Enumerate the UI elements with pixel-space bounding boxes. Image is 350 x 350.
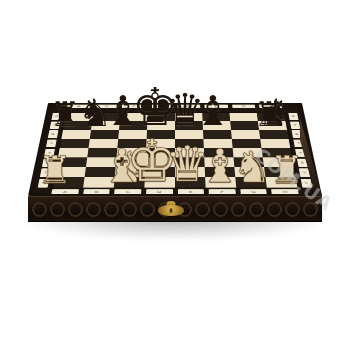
rank-label: 5 (46, 139, 57, 147)
chess-set-photo: ABCDEFGH 87654321 87654321 ABCDEFGH COM.… (0, 0, 350, 350)
clasp-keyhole (170, 208, 173, 213)
carved-circle-motif (195, 202, 210, 217)
board-square (60, 139, 90, 148)
carved-circle-motif (104, 202, 119, 217)
dark-bishop-piece: ♝ (195, 91, 232, 132)
carved-circle-motif (249, 202, 264, 217)
dark-rook-piece: ♜ (254, 97, 284, 131)
carved-circle-motif (285, 202, 300, 217)
carved-circle-motif (267, 202, 282, 217)
carved-circle-motif (86, 202, 101, 217)
carved-circle-motif (231, 202, 246, 217)
carved-circle-motif (68, 202, 83, 217)
carved-circle-motif (50, 202, 65, 217)
carved-circle-motif (32, 202, 47, 217)
light-rook-piece: ♜ (38, 151, 72, 189)
carved-circle-motif (122, 202, 137, 217)
dark-rook-piece: ♜ (50, 97, 80, 131)
carved-circle-motif (140, 202, 155, 217)
brass-clasp (157, 201, 185, 217)
carved-circle-motif (213, 202, 228, 217)
file-label: G (232, 105, 256, 108)
